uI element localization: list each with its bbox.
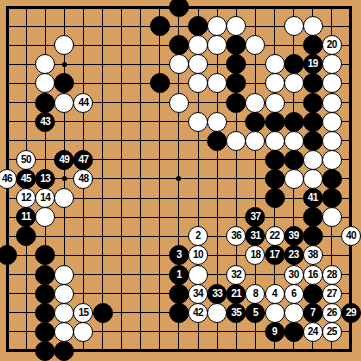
move-number-label: 26 bbox=[327, 308, 337, 318]
go-stone-black bbox=[303, 73, 323, 93]
move-number-label: 31 bbox=[250, 231, 260, 241]
go-stone-black bbox=[35, 265, 55, 285]
move-number-label: 14 bbox=[40, 193, 50, 203]
go-stone-black bbox=[93, 303, 113, 323]
go-stone-black-move-17: 17 bbox=[265, 245, 285, 265]
go-stone-white bbox=[265, 303, 285, 323]
move-number-label: 48 bbox=[78, 174, 88, 184]
go-stone-black bbox=[169, 284, 189, 304]
go-stone-black bbox=[150, 16, 170, 36]
go-stone-black bbox=[265, 150, 285, 170]
go-stone-black bbox=[16, 226, 36, 246]
go-stone-white-move-24: 24 bbox=[303, 322, 323, 342]
go-stone-white bbox=[303, 150, 323, 170]
move-number-label: 49 bbox=[59, 155, 69, 165]
go-stone-black-move-45: 45 bbox=[16, 169, 36, 189]
go-stone-black-move-11: 11 bbox=[16, 207, 36, 227]
go-stone-black-move-3: 3 bbox=[169, 245, 189, 265]
go-stone-black bbox=[169, 35, 189, 55]
go-stone-black bbox=[226, 35, 246, 55]
go-stone-white bbox=[207, 35, 227, 55]
go-stone-black bbox=[322, 169, 342, 189]
go-stone-black bbox=[35, 245, 55, 265]
go-stone-black bbox=[284, 322, 304, 342]
go-stone-white bbox=[207, 73, 227, 93]
go-stone-white-move-16: 16 bbox=[303, 265, 323, 285]
go-stone-white bbox=[322, 93, 342, 113]
go-stone-white-move-48: 48 bbox=[73, 169, 93, 189]
go-stone-white bbox=[207, 303, 227, 323]
go-stone-black bbox=[150, 73, 170, 93]
go-stone-black bbox=[284, 112, 304, 132]
go-stone-white-move-15: 15 bbox=[73, 303, 93, 323]
go-stone-black bbox=[303, 112, 323, 132]
go-stone-black-move-33: 33 bbox=[207, 284, 227, 304]
go-stone-black bbox=[265, 188, 285, 208]
go-stone-white bbox=[322, 54, 342, 74]
move-number-label: 15 bbox=[78, 308, 88, 318]
move-number-label: 38 bbox=[308, 250, 318, 260]
go-stone-black bbox=[35, 341, 55, 361]
go-stone-white bbox=[245, 131, 265, 151]
go-stone-white bbox=[188, 35, 208, 55]
move-number-label: 37 bbox=[250, 212, 260, 222]
move-number-label: 24 bbox=[308, 327, 318, 337]
move-number-label: 5 bbox=[253, 308, 258, 318]
go-stone-black-move-1: 1 bbox=[169, 265, 189, 285]
go-stone-white-move-8: 8 bbox=[245, 284, 265, 304]
go-stone-black bbox=[303, 131, 323, 151]
go-stone-white-move-10: 10 bbox=[188, 245, 208, 265]
go-stone-black bbox=[303, 226, 323, 246]
move-number-label: 1 bbox=[176, 270, 181, 280]
go-stone-white bbox=[207, 16, 227, 36]
go-stone-white bbox=[303, 169, 323, 189]
go-stone-white-move-6: 6 bbox=[284, 284, 304, 304]
go-stone-white bbox=[322, 207, 342, 227]
go-stone-black bbox=[265, 112, 285, 132]
go-stone-white bbox=[35, 207, 55, 227]
go-stone-white bbox=[54, 93, 74, 113]
go-stone-black-move-37: 37 bbox=[245, 207, 265, 227]
go-stone-black-move-43: 43 bbox=[35, 112, 55, 132]
move-number-label: 4 bbox=[272, 289, 277, 299]
go-stone-black-move-5: 5 bbox=[245, 303, 265, 323]
move-number-label: 29 bbox=[346, 308, 356, 318]
go-stone-black bbox=[303, 284, 323, 304]
go-stone-white bbox=[207, 112, 227, 132]
move-number-label: 39 bbox=[289, 231, 299, 241]
go-stone-white bbox=[265, 73, 285, 93]
go-stone-white-move-44: 44 bbox=[73, 93, 93, 113]
go-stone-black bbox=[169, 303, 189, 323]
move-number-label: 21 bbox=[231, 289, 241, 299]
move-number-label: 7 bbox=[310, 308, 315, 318]
hoshi-point bbox=[62, 62, 67, 67]
move-number-label: 8 bbox=[253, 289, 258, 299]
go-stone-black bbox=[35, 93, 55, 113]
go-stone-white bbox=[322, 150, 342, 170]
go-stone-black-move-19: 19 bbox=[303, 54, 323, 74]
go-stone-black bbox=[54, 341, 74, 361]
go-stone-black bbox=[0, 245, 17, 265]
go-stone-white bbox=[284, 16, 304, 36]
go-stone-black-move-13: 13 bbox=[35, 169, 55, 189]
move-number-label: 46 bbox=[2, 174, 12, 184]
go-stone-black bbox=[303, 207, 323, 227]
go-stone-black bbox=[303, 35, 323, 55]
go-stone-white bbox=[54, 303, 74, 323]
move-number-label: 40 bbox=[346, 231, 356, 241]
go-stone-white bbox=[188, 265, 208, 285]
go-stone-white bbox=[226, 131, 246, 151]
go-stone-white bbox=[54, 35, 74, 55]
go-stone-black bbox=[226, 73, 246, 93]
move-number-label: 36 bbox=[231, 231, 241, 241]
move-number-label: 45 bbox=[21, 174, 31, 184]
hoshi-point bbox=[176, 176, 181, 181]
move-number-label: 27 bbox=[327, 289, 337, 299]
move-number-label: 30 bbox=[289, 270, 299, 280]
move-number-label: 3 bbox=[176, 250, 181, 260]
go-stone-white-move-32: 32 bbox=[226, 265, 246, 285]
move-number-label: 10 bbox=[193, 250, 203, 260]
go-stone-white-move-12: 12 bbox=[16, 188, 36, 208]
go-stone-white bbox=[284, 169, 304, 189]
go-stone-black bbox=[303, 93, 323, 113]
move-number-label: 6 bbox=[291, 289, 296, 299]
go-stone-white-move-42: 42 bbox=[188, 303, 208, 323]
go-stone-white bbox=[284, 131, 304, 151]
go-stone-white bbox=[73, 322, 93, 342]
hoshi-point bbox=[62, 176, 67, 181]
go-stone-white bbox=[322, 112, 342, 132]
go-stone-white bbox=[169, 93, 189, 113]
move-number-label: 23 bbox=[289, 250, 299, 260]
go-stone-white-move-46: 46 bbox=[0, 169, 17, 189]
go-stone-white-move-26: 26 bbox=[322, 303, 342, 323]
go-stone-black-move-39: 39 bbox=[284, 226, 304, 246]
move-number-label: 12 bbox=[21, 193, 31, 203]
go-stone-black bbox=[207, 131, 227, 151]
move-number-label: 41 bbox=[308, 193, 318, 203]
move-number-label: 19 bbox=[308, 59, 318, 69]
move-number-label: 32 bbox=[231, 270, 241, 280]
go-stone-white bbox=[35, 73, 55, 93]
move-number-label: 25 bbox=[327, 327, 337, 337]
go-stone-white-move-28: 28 bbox=[322, 265, 342, 285]
go-stone-black bbox=[284, 150, 304, 170]
go-stone-white bbox=[188, 54, 208, 74]
go-stone-white-move-22: 22 bbox=[265, 226, 285, 246]
go-stone-black bbox=[54, 73, 74, 93]
move-number-label: 17 bbox=[269, 250, 279, 260]
go-stone-black-move-49: 49 bbox=[54, 150, 74, 170]
move-number-label: 50 bbox=[21, 155, 31, 165]
move-number-label: 47 bbox=[78, 155, 88, 165]
go-stone-white bbox=[284, 303, 304, 323]
go-stone-white bbox=[54, 284, 74, 304]
go-stone-black bbox=[265, 169, 285, 189]
move-number-label: 34 bbox=[193, 289, 203, 299]
go-stone-white bbox=[284, 73, 304, 93]
go-stone-black bbox=[35, 322, 55, 342]
move-number-label: 43 bbox=[40, 117, 50, 127]
go-stone-white-move-25: 25 bbox=[322, 322, 342, 342]
go-stone-black-move-21: 21 bbox=[226, 284, 246, 304]
go-stone-black bbox=[35, 284, 55, 304]
go-stone-white-move-2: 2 bbox=[188, 226, 208, 246]
move-number-label: 9 bbox=[272, 327, 277, 337]
go-stone-white-move-27: 27 bbox=[322, 284, 342, 304]
go-stone-white-move-30: 30 bbox=[284, 265, 304, 285]
go-stone-white-move-40: 40 bbox=[341, 226, 361, 246]
go-stone-black bbox=[188, 16, 208, 36]
go-stone-white bbox=[226, 16, 246, 36]
go-stone-black-move-47: 47 bbox=[73, 150, 93, 170]
move-number-label: 2 bbox=[196, 231, 201, 241]
go-stone-white-move-4: 4 bbox=[265, 284, 285, 304]
move-number-label: 18 bbox=[250, 250, 260, 260]
go-stone-white-move-50: 50 bbox=[16, 150, 36, 170]
go-stone-black bbox=[322, 188, 342, 208]
move-number-label: 22 bbox=[269, 231, 279, 241]
go-stone-white bbox=[245, 93, 265, 113]
go-stone-white bbox=[265, 131, 285, 151]
go-stone-black bbox=[226, 54, 246, 74]
go-stone-black-move-23: 23 bbox=[284, 245, 304, 265]
go-stone-white-move-14: 14 bbox=[35, 188, 55, 208]
move-number-label: 33 bbox=[212, 289, 222, 299]
go-stone-black-move-41: 41 bbox=[303, 188, 323, 208]
go-stone-white bbox=[54, 322, 74, 342]
go-stone-black bbox=[245, 112, 265, 132]
move-number-label: 42 bbox=[193, 308, 203, 318]
go-stone-white bbox=[303, 16, 323, 36]
go-stone-white bbox=[322, 131, 342, 151]
move-number-label: 35 bbox=[231, 308, 241, 318]
go-stone-white bbox=[322, 73, 342, 93]
go-stone-black-move-9: 9 bbox=[265, 322, 285, 342]
go-stone-white-move-36: 36 bbox=[226, 226, 246, 246]
go-stone-black-move-7: 7 bbox=[303, 303, 323, 323]
go-stone-black bbox=[284, 54, 304, 74]
go-stone-white-move-34: 34 bbox=[188, 284, 208, 304]
go-stone-black bbox=[35, 303, 55, 323]
go-stone-black-move-31: 31 bbox=[245, 226, 265, 246]
go-stone-black-move-29: 29 bbox=[341, 303, 361, 323]
go-board[interactable]: 2019444350494746451348121441113723631223… bbox=[0, 0, 361, 361]
move-number-label: 44 bbox=[78, 98, 88, 108]
go-stone-white bbox=[245, 35, 265, 55]
move-number-label: 28 bbox=[327, 270, 337, 280]
go-stone-white-move-20: 20 bbox=[322, 35, 342, 55]
go-stone-white bbox=[35, 54, 55, 74]
go-stone-white bbox=[265, 93, 285, 113]
go-stone-white-move-38: 38 bbox=[303, 245, 323, 265]
move-number-label: 16 bbox=[308, 270, 318, 280]
go-stone-black bbox=[226, 93, 246, 113]
go-stone-black-move-35: 35 bbox=[226, 303, 246, 323]
go-stone-white-move-18: 18 bbox=[245, 245, 265, 265]
go-stone-white bbox=[188, 73, 208, 93]
go-stone-white bbox=[54, 265, 74, 285]
move-number-label: 20 bbox=[327, 40, 337, 50]
go-stone-white bbox=[169, 54, 189, 74]
move-number-label: 11 bbox=[21, 212, 31, 222]
go-stone-white bbox=[54, 188, 74, 208]
go-stone-white bbox=[265, 54, 285, 74]
go-stone-black bbox=[169, 0, 189, 17]
go-stone-white bbox=[188, 112, 208, 132]
move-number-label: 13 bbox=[40, 174, 50, 184]
